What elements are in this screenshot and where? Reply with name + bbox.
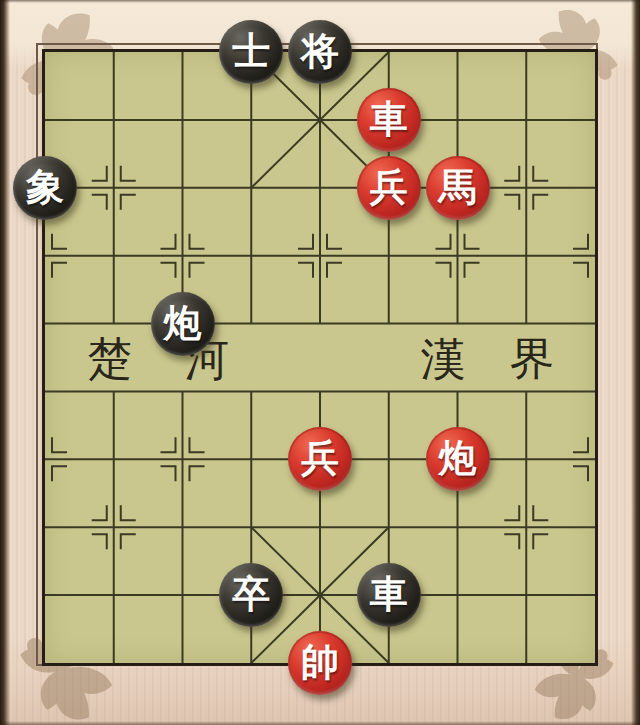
piece-glyph: 車 — [370, 100, 408, 138]
piece-black-soldier[interactable]: 卒 — [219, 563, 283, 627]
piece-glyph: 帥 — [301, 643, 339, 681]
piece-glyph: 将 — [301, 32, 339, 70]
piece-red-general[interactable]: 帥 — [288, 631, 352, 695]
piece-glyph: 象 — [26, 168, 64, 206]
piece-black-cannon[interactable]: 炮 — [151, 292, 215, 356]
piece-red-soldier-1[interactable]: 兵 — [357, 156, 421, 220]
piece-black-elephant[interactable]: 象 — [13, 156, 77, 220]
board-edge-right — [631, 0, 640, 725]
river-label-chu: 楚 — [88, 329, 133, 389]
piece-red-horse[interactable]: 馬 — [426, 156, 490, 220]
river-label-jie: 界 — [510, 329, 555, 389]
piece-glyph: 車 — [370, 575, 408, 613]
piece-black-chariot[interactable]: 車 — [357, 563, 421, 627]
river-label-han: 漢 — [421, 330, 466, 390]
piece-red-cannon[interactable]: 炮 — [426, 427, 490, 491]
piece-red-soldier-2[interactable]: 兵 — [288, 427, 352, 491]
piece-glyph: 馬 — [439, 168, 477, 206]
piece-red-chariot[interactable]: 車 — [357, 88, 421, 152]
piece-glyph: 炮 — [164, 304, 202, 342]
piece-glyph: 兵 — [370, 168, 408, 206]
piece-glyph: 士 — [232, 32, 270, 70]
piece-black-general[interactable]: 将 — [288, 20, 352, 84]
piece-black-advisor[interactable]: 士 — [219, 20, 283, 84]
piece-glyph: 兵 — [301, 439, 339, 477]
piece-glyph: 炮 — [439, 439, 477, 477]
piece-glyph: 卒 — [232, 575, 270, 613]
xiangqi-app: 楚 河 漢 界 士将車象兵馬炮兵炮卒車帥 — [0, 0, 640, 725]
